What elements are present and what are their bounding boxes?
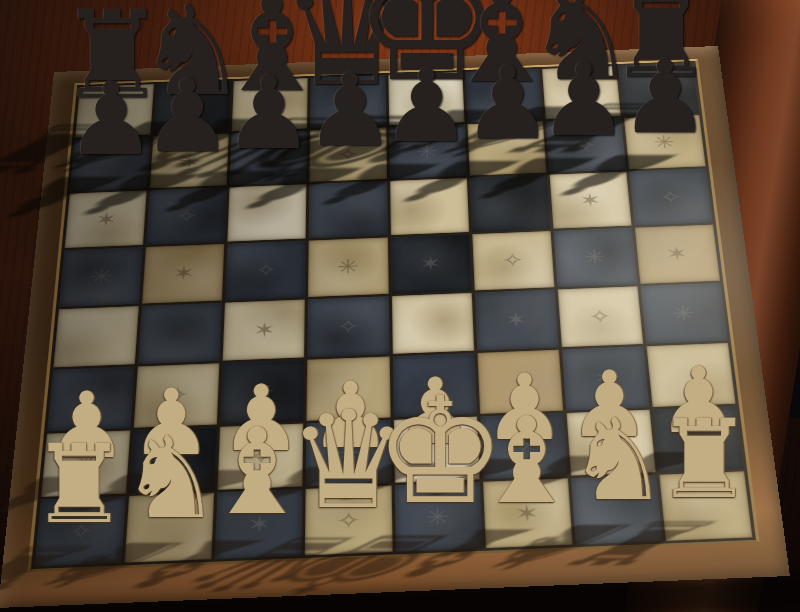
square-d7[interactable]: ✧ [310, 127, 387, 182]
incised-star-icon: ✧ [574, 136, 597, 154]
incised-star-icon: ✧ [588, 306, 612, 327]
incised-star-icon: ✳ [337, 257, 359, 277]
square-b2[interactable] [129, 427, 217, 494]
square-g1[interactable] [571, 475, 662, 544]
incised-star-icon: ✳ [598, 431, 623, 453]
square-g6[interactable]: ✶ [549, 172, 631, 229]
square-a2[interactable]: ✳ [41, 430, 130, 497]
square-c8[interactable] [232, 78, 308, 131]
square-c4[interactable]: ✶ [223, 299, 305, 361]
square-e6[interactable] [390, 178, 469, 235]
square-g7[interactable]: ✧ [545, 118, 626, 173]
incised-star-icon: ✧ [492, 86, 514, 104]
incised-star-icon: ✧ [255, 260, 278, 280]
incised-star-icon: ✳ [338, 92, 359, 110]
incised-star-icon: ✧ [175, 206, 198, 225]
incised-star-icon: ✳ [337, 442, 361, 464]
square-h8[interactable]: ✶ [619, 63, 699, 116]
square-g4[interactable]: ✧ [557, 286, 643, 347]
square-e4[interactable] [391, 292, 473, 354]
square-b3[interactable]: ✧ [134, 363, 220, 427]
square-d8[interactable]: ✳ [310, 75, 385, 128]
incised-star-icon: ✳ [671, 303, 696, 324]
square-e7[interactable]: ✳ [389, 124, 467, 179]
square-g3[interactable]: ✶ [562, 346, 649, 410]
incised-star-icon: ✧ [511, 435, 536, 457]
square-h4[interactable]: ✳ [640, 283, 727, 344]
square-a8[interactable]: ✳ [75, 84, 154, 137]
square-d6[interactable] [309, 181, 387, 238]
square-b5[interactable]: ✶ [142, 244, 224, 303]
incised-star-icon: ✧ [165, 384, 189, 406]
square-e8[interactable] [388, 72, 464, 125]
square-a3[interactable] [47, 367, 135, 431]
square-f3[interactable] [477, 350, 563, 414]
incised-star-icon: ✧ [249, 445, 273, 467]
square-d1[interactable]: ✧ [305, 486, 392, 556]
square-h7[interactable]: ✳ [624, 115, 706, 170]
incised-star-icon: ✳ [74, 452, 99, 475]
square-a1[interactable]: ✧ [35, 496, 126, 566]
incised-star-icon: ✧ [501, 250, 524, 270]
incised-star-icon: ✳ [179, 151, 201, 170]
square-d4[interactable]: ✧ [308, 296, 390, 358]
incised-star-icon: ✳ [416, 142, 438, 160]
square-d2[interactable]: ✳ [306, 420, 391, 487]
square-c6[interactable] [228, 184, 307, 241]
square-e3[interactable]: ✧ [392, 353, 476, 417]
square-b7[interactable]: ✳ [150, 133, 229, 188]
square-b6[interactable]: ✧ [146, 187, 227, 244]
square-g2[interactable]: ✳ [566, 409, 655, 476]
square-f5[interactable]: ✧ [472, 231, 554, 290]
board-grid: ✳✶✳✧✶✳✧✳✧✳✶✧✶✧✳✶✧✳✶✧✳✶✶✧✶✧✳✧✳✧✶✳✧✳✧✳✧✶✧✳… [27, 59, 759, 572]
square-f6[interactable] [469, 175, 550, 232]
square-d3[interactable] [307, 357, 390, 421]
chess-board: ✳✶✳✧✶✳✧✳✧✳✶✧✶✧✳✶✧✳✶✧✳✶✶✧✶✧✳✧✳✧✶✳✧✳✧✳✧✶✧✳… [0, 46, 790, 608]
incised-star-icon: ✳ [583, 247, 607, 267]
square-a6[interactable]: ✶ [65, 191, 147, 248]
incised-star-icon: ✧ [422, 374, 446, 396]
square-h3[interactable] [646, 343, 735, 407]
incised-star-icon: ✶ [247, 512, 272, 535]
incised-star-icon: ✳ [251, 381, 275, 403]
square-e1[interactable]: ✳ [394, 482, 482, 552]
incised-star-icon: ✶ [593, 367, 618, 388]
scene: ✳✶✳✧✶✳✧✳✧✳✶✧✶✧✳✶✧✳✶✧✳✶✶✧✶✧✳✧✳✧✶✳✧✳✧✳✧✶✧✳… [0, 0, 800, 612]
incised-star-icon: ✶ [647, 80, 670, 98]
square-h2[interactable] [653, 406, 744, 472]
incised-star-icon: ✶ [182, 98, 204, 116]
square-c3[interactable]: ✳ [220, 360, 304, 424]
square-a5[interactable]: ✳ [59, 247, 143, 307]
square-h5[interactable]: ✶ [635, 224, 720, 283]
square-g5[interactable]: ✳ [553, 228, 637, 287]
incised-star-icon: ✶ [514, 501, 539, 524]
square-f1[interactable]: ✶ [483, 479, 573, 548]
incised-star-icon: ✧ [659, 187, 683, 206]
square-c1[interactable]: ✶ [215, 489, 303, 559]
square-c2[interactable]: ✧ [218, 423, 304, 490]
square-f4[interactable]: ✶ [474, 289, 558, 351]
square-a4[interactable] [53, 306, 139, 368]
square-b8[interactable]: ✶ [154, 81, 232, 134]
square-c7[interactable] [230, 130, 308, 185]
incised-star-icon: ✶ [419, 254, 442, 274]
square-f8[interactable]: ✧ [465, 69, 543, 122]
incised-star-icon: ✧ [68, 519, 94, 543]
incised-star-icon: ✶ [578, 190, 601, 209]
square-h6[interactable]: ✧ [629, 169, 713, 226]
square-f2[interactable]: ✧ [480, 413, 568, 480]
incised-star-icon: ✶ [665, 244, 689, 264]
square-e5[interactable]: ✶ [390, 234, 471, 293]
square-h1[interactable] [659, 472, 752, 541]
square-c5[interactable]: ✧ [225, 241, 306, 300]
incised-star-icon: ✶ [504, 309, 528, 330]
square-g8[interactable] [542, 66, 621, 119]
square-b1[interactable] [125, 493, 215, 563]
incised-star-icon: ✧ [337, 316, 360, 337]
incised-star-icon: ✳ [426, 505, 451, 528]
incised-star-icon: ✳ [104, 102, 126, 120]
square-d5[interactable]: ✳ [308, 237, 388, 296]
incised-star-icon: ✳ [653, 133, 676, 151]
incised-star-icon: ✶ [94, 209, 117, 228]
incised-star-icon: ✶ [172, 263, 195, 283]
square-a7[interactable] [70, 136, 151, 191]
incised-star-icon: ✳ [90, 267, 114, 287]
square-e2[interactable] [393, 416, 479, 483]
incised-star-icon: ✶ [253, 319, 276, 340]
incised-star-icon: ✧ [337, 145, 358, 163]
square-f7[interactable] [467, 121, 546, 176]
square-b4[interactable] [138, 302, 222, 364]
incised-star-icon: ✧ [337, 509, 361, 532]
